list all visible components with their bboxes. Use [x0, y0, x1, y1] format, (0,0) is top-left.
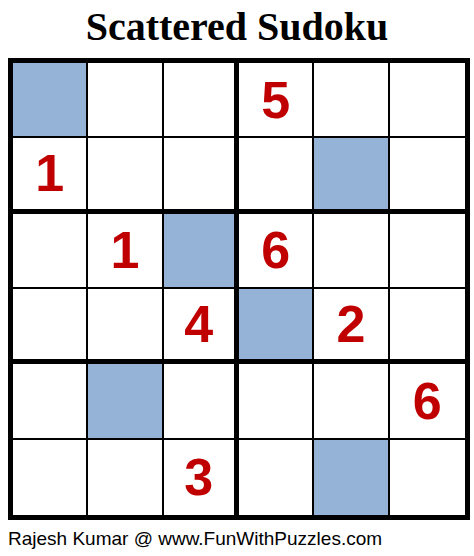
- cell-r2c2[interactable]: [88, 138, 163, 213]
- sudoku-board: 51164263: [8, 58, 470, 520]
- cell-r3c1[interactable]: [13, 214, 88, 289]
- cell-r2c6[interactable]: [390, 138, 465, 213]
- cell-r2c1[interactable]: 1: [13, 138, 88, 213]
- cell-r1c6[interactable]: [390, 63, 465, 138]
- cell-r2c4[interactable]: [239, 138, 314, 213]
- cell-r6c1[interactable]: [13, 440, 88, 515]
- cell-r6c4[interactable]: [239, 440, 314, 515]
- cell-r4c5[interactable]: 2: [314, 289, 389, 364]
- cell-r1c3[interactable]: [164, 63, 239, 138]
- cell-r5c4[interactable]: [239, 364, 314, 439]
- cell-r1c4[interactable]: 5: [239, 63, 314, 138]
- cell-r3c6[interactable]: [390, 214, 465, 289]
- cell-r6c6[interactable]: [390, 440, 465, 515]
- cell-r5c1[interactable]: [13, 364, 88, 439]
- cell-r5c5[interactable]: [314, 364, 389, 439]
- cell-r6c2[interactable]: [88, 440, 163, 515]
- cell-r1c1[interactable]: [13, 63, 88, 138]
- cell-r5c3[interactable]: [164, 364, 239, 439]
- cell-r1c2[interactable]: [88, 63, 163, 138]
- cell-r4c6[interactable]: [390, 289, 465, 364]
- cell-r2c3[interactable]: [164, 138, 239, 213]
- cell-r5c2[interactable]: [88, 364, 163, 439]
- credit-text: Rajesh Kumar @ www.FunWithPuzzles.com: [8, 527, 468, 551]
- cell-r4c4[interactable]: [239, 289, 314, 364]
- puzzle-page: Scattered Sudoku 51164263 Rajesh Kumar @…: [0, 0, 474, 556]
- cell-r3c2[interactable]: 1: [88, 214, 163, 289]
- cell-r3c3[interactable]: [164, 214, 239, 289]
- cell-r5c6[interactable]: 6: [390, 364, 465, 439]
- cell-r4c3[interactable]: 4: [164, 289, 239, 364]
- cell-r4c2[interactable]: [88, 289, 163, 364]
- cell-r3c5[interactable]: [314, 214, 389, 289]
- cell-r6c3[interactable]: 3: [164, 440, 239, 515]
- cell-r4c1[interactable]: [13, 289, 88, 364]
- cell-r1c5[interactable]: [314, 63, 389, 138]
- cell-r2c5[interactable]: [314, 138, 389, 213]
- cell-r3c4[interactable]: 6: [239, 214, 314, 289]
- puzzle-title: Scattered Sudoku: [0, 0, 474, 56]
- cell-r6c5[interactable]: [314, 440, 389, 515]
